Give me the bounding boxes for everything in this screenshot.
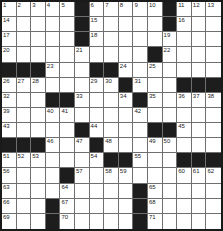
white-cell[interactable]: 55 xyxy=(133,153,148,168)
white-cell[interactable] xyxy=(177,199,192,214)
white-cell[interactable] xyxy=(192,108,207,123)
white-cell[interactable] xyxy=(17,47,32,62)
white-cell[interactable] xyxy=(90,214,105,229)
white-cell[interactable] xyxy=(31,168,46,183)
white-cell[interactable] xyxy=(46,78,61,93)
clue-number: 68 xyxy=(149,199,156,206)
white-cell[interactable]: 46 xyxy=(46,138,61,153)
clue-number: 28 xyxy=(32,78,39,85)
white-cell[interactable] xyxy=(104,199,119,214)
white-cell[interactable] xyxy=(192,63,207,78)
white-cell[interactable] xyxy=(90,93,105,108)
white-cell[interactable] xyxy=(192,17,207,32)
white-cell[interactable] xyxy=(17,168,32,183)
clue-number: 58 xyxy=(105,168,112,175)
clue-number: 19 xyxy=(164,32,171,39)
black-cell xyxy=(206,153,221,168)
white-cell[interactable]: 26 xyxy=(2,78,17,93)
white-cell[interactable]: 18 xyxy=(90,32,105,47)
black-cell xyxy=(163,17,178,32)
white-cell[interactable] xyxy=(119,108,134,123)
white-cell[interactable] xyxy=(119,138,134,153)
white-cell[interactable] xyxy=(133,17,148,32)
white-cell[interactable]: 13 xyxy=(206,2,221,17)
clue-number: 36 xyxy=(178,93,185,100)
clue-number: 33 xyxy=(76,93,83,100)
black-cell xyxy=(31,138,46,153)
white-cell[interactable] xyxy=(148,78,163,93)
white-cell[interactable] xyxy=(119,214,134,229)
white-cell[interactable] xyxy=(104,214,119,229)
white-cell[interactable]: 20 xyxy=(2,47,17,62)
white-cell[interactable] xyxy=(148,108,163,123)
clue-number: 56 xyxy=(3,168,10,175)
white-cell[interactable]: 63 xyxy=(2,184,17,199)
clue-number: 47 xyxy=(76,138,83,145)
clue-number: 14 xyxy=(3,17,10,24)
white-cell[interactable]: 42 xyxy=(133,108,148,123)
white-cell[interactable] xyxy=(31,17,46,32)
clue-number: 37 xyxy=(193,93,200,100)
white-cell[interactable]: 7 xyxy=(104,2,119,17)
clue-number: 69 xyxy=(3,214,10,221)
white-cell[interactable]: 32 xyxy=(2,93,17,108)
white-cell[interactable]: 65 xyxy=(148,184,163,199)
clue-number: 57 xyxy=(76,168,83,175)
black-cell xyxy=(75,32,90,47)
white-cell[interactable]: 19 xyxy=(163,32,178,47)
white-cell[interactable]: 41 xyxy=(60,108,75,123)
clue-number: 42 xyxy=(134,108,141,115)
white-cell[interactable] xyxy=(104,108,119,123)
white-cell[interactable] xyxy=(46,153,61,168)
clue-number: 7 xyxy=(105,2,108,9)
black-cell xyxy=(148,47,163,62)
white-cell[interactable] xyxy=(60,32,75,47)
white-cell[interactable] xyxy=(119,47,134,62)
white-cell[interactable] xyxy=(31,93,46,108)
black-cell xyxy=(133,214,148,229)
clue-number: 48 xyxy=(105,138,112,145)
white-cell[interactable]: 22 xyxy=(163,47,178,62)
white-cell[interactable]: 33 xyxy=(75,93,90,108)
clue-number: 21 xyxy=(76,47,83,54)
clue-number: 18 xyxy=(91,32,98,39)
white-cell[interactable] xyxy=(17,108,32,123)
white-cell[interactable]: 54 xyxy=(90,153,105,168)
white-cell[interactable]: 60 xyxy=(177,168,192,183)
white-cell[interactable] xyxy=(60,47,75,62)
clue-number: 23 xyxy=(47,63,54,70)
white-cell[interactable] xyxy=(206,214,221,229)
white-cell[interactable]: 31 xyxy=(133,78,148,93)
white-cell[interactable] xyxy=(75,108,90,123)
white-cell[interactable]: 39 xyxy=(2,108,17,123)
white-cell[interactable]: 62 xyxy=(206,168,221,183)
clue-number: 29 xyxy=(91,78,98,85)
white-cell[interactable] xyxy=(119,199,134,214)
clue-number: 63 xyxy=(3,184,10,191)
black-cell xyxy=(177,78,192,93)
black-cell xyxy=(17,138,32,153)
white-cell[interactable] xyxy=(206,63,221,78)
white-cell[interactable] xyxy=(192,184,207,199)
black-cell xyxy=(119,153,134,168)
white-cell[interactable] xyxy=(119,123,134,138)
white-cell[interactable]: 21 xyxy=(75,47,90,62)
clue-number: 20 xyxy=(3,47,10,54)
clue-number: 66 xyxy=(3,199,10,206)
black-cell xyxy=(46,93,61,108)
white-cell[interactable] xyxy=(133,47,148,62)
clue-number: 17 xyxy=(3,32,10,39)
clue-number: 15 xyxy=(91,17,98,24)
clue-number: 32 xyxy=(3,93,10,100)
clue-number: 26 xyxy=(3,78,10,85)
black-cell xyxy=(119,78,134,93)
white-cell[interactable] xyxy=(163,184,178,199)
white-cell[interactable] xyxy=(31,32,46,47)
white-cell[interactable] xyxy=(133,168,148,183)
white-cell[interactable]: 35 xyxy=(148,93,163,108)
clue-number: 64 xyxy=(61,184,68,191)
white-cell[interactable] xyxy=(46,32,61,47)
clue-number: 43 xyxy=(3,123,10,130)
clue-number: 2 xyxy=(18,2,21,9)
clue-number: 38 xyxy=(207,93,214,100)
white-cell[interactable] xyxy=(148,153,163,168)
white-cell[interactable] xyxy=(60,78,75,93)
white-cell[interactable] xyxy=(177,184,192,199)
black-cell xyxy=(90,63,105,78)
white-cell[interactable]: 10 xyxy=(148,2,163,17)
white-cell[interactable] xyxy=(192,199,207,214)
black-cell xyxy=(133,184,148,199)
clue-number: 24 xyxy=(120,63,127,70)
black-cell xyxy=(192,78,207,93)
white-cell[interactable]: 40 xyxy=(46,108,61,123)
white-cell[interactable] xyxy=(31,184,46,199)
white-cell[interactable]: 66 xyxy=(2,199,17,214)
black-cell xyxy=(104,63,119,78)
white-cell[interactable]: 9 xyxy=(133,2,148,17)
white-cell[interactable] xyxy=(148,168,163,183)
white-cell[interactable] xyxy=(60,63,75,78)
white-cell[interactable] xyxy=(206,184,221,199)
white-cell[interactable] xyxy=(133,63,148,78)
white-cell[interactable]: 30 xyxy=(104,78,119,93)
white-cell[interactable]: 70 xyxy=(60,214,75,229)
clue-number: 27 xyxy=(18,78,25,85)
white-cell[interactable]: 68 xyxy=(148,199,163,214)
clue-number: 65 xyxy=(149,184,156,191)
clue-number: 11 xyxy=(178,2,184,9)
white-cell[interactable] xyxy=(133,123,148,138)
white-cell[interactable] xyxy=(90,199,105,214)
white-cell[interactable]: 4 xyxy=(46,2,61,17)
white-cell[interactable] xyxy=(177,63,192,78)
white-cell[interactable] xyxy=(75,184,90,199)
crossword-grid: 1234567891011121314151617181920212223242… xyxy=(0,0,223,231)
clue-number: 54 xyxy=(91,153,98,160)
white-cell[interactable] xyxy=(104,184,119,199)
white-cell[interactable] xyxy=(192,214,207,229)
black-cell xyxy=(133,199,148,214)
white-cell[interactable]: 6 xyxy=(90,2,105,17)
clue-number: 55 xyxy=(134,153,141,160)
white-cell[interactable] xyxy=(163,108,178,123)
white-cell[interactable] xyxy=(31,47,46,62)
clue-number: 40 xyxy=(47,108,54,115)
white-cell[interactable] xyxy=(46,168,61,183)
white-cell[interactable] xyxy=(163,153,178,168)
black-cell xyxy=(17,63,32,78)
white-cell[interactable] xyxy=(17,123,32,138)
white-cell[interactable] xyxy=(46,123,61,138)
white-cell[interactable]: 27 xyxy=(17,78,32,93)
black-cell xyxy=(90,138,105,153)
white-cell[interactable] xyxy=(90,184,105,199)
white-cell[interactable]: 37 xyxy=(192,93,207,108)
white-cell[interactable] xyxy=(163,214,178,229)
white-cell[interactable] xyxy=(177,108,192,123)
white-cell[interactable] xyxy=(192,123,207,138)
clue-number: 62 xyxy=(207,168,214,175)
white-cell[interactable] xyxy=(17,17,32,32)
white-cell[interactable] xyxy=(46,184,61,199)
white-cell[interactable]: 8 xyxy=(119,2,134,17)
white-cell[interactable]: 58 xyxy=(104,168,119,183)
white-cell[interactable] xyxy=(104,47,119,62)
white-cell[interactable]: 44 xyxy=(90,123,105,138)
white-cell[interactable]: 28 xyxy=(31,78,46,93)
white-cell[interactable] xyxy=(148,17,163,32)
clue-number: 59 xyxy=(120,168,127,175)
white-cell[interactable] xyxy=(163,168,178,183)
clue-number: 22 xyxy=(164,47,171,54)
white-cell[interactable] xyxy=(104,93,119,108)
clue-number: 31 xyxy=(134,78,141,85)
black-cell xyxy=(163,2,178,17)
white-cell[interactable]: 69 xyxy=(2,214,17,229)
clue-number: 10 xyxy=(149,2,156,9)
white-cell[interactable] xyxy=(163,199,178,214)
white-cell[interactable] xyxy=(177,47,192,62)
white-cell[interactable] xyxy=(148,32,163,47)
clue-number: 46 xyxy=(47,138,54,145)
black-cell xyxy=(75,17,90,32)
white-cell[interactable]: 50 xyxy=(163,138,178,153)
white-cell[interactable] xyxy=(60,17,75,32)
white-cell[interactable] xyxy=(17,199,32,214)
black-cell xyxy=(2,138,17,153)
clue-number: 1 xyxy=(3,2,6,9)
white-cell[interactable] xyxy=(163,63,178,78)
white-cell[interactable] xyxy=(206,138,221,153)
white-cell[interactable] xyxy=(31,123,46,138)
white-cell[interactable]: 51 xyxy=(2,153,17,168)
white-cell[interactable] xyxy=(206,17,221,32)
white-cell[interactable] xyxy=(75,214,90,229)
white-cell[interactable] xyxy=(192,47,207,62)
clue-number: 9 xyxy=(134,2,137,9)
clue-number: 60 xyxy=(178,168,185,175)
white-cell[interactable]: 1 xyxy=(2,2,17,17)
white-cell[interactable]: 23 xyxy=(46,63,61,78)
clue-number: 39 xyxy=(3,108,10,115)
white-cell[interactable] xyxy=(119,32,134,47)
white-cell[interactable]: 24 xyxy=(119,63,134,78)
white-cell[interactable]: 17 xyxy=(2,32,17,47)
white-cell[interactable] xyxy=(104,17,119,32)
white-cell[interactable]: 71 xyxy=(148,214,163,229)
clue-number: 35 xyxy=(149,93,156,100)
white-cell[interactable]: 12 xyxy=(192,2,207,17)
clue-number: 53 xyxy=(32,153,39,160)
white-cell[interactable] xyxy=(46,17,61,32)
white-cell[interactable] xyxy=(60,123,75,138)
clue-number: 50 xyxy=(164,138,171,145)
white-cell[interactable] xyxy=(75,153,90,168)
white-cell[interactable]: 36 xyxy=(177,93,192,108)
white-cell[interactable] xyxy=(104,123,119,138)
white-cell[interactable]: 57 xyxy=(75,168,90,183)
white-cell[interactable]: 3 xyxy=(31,2,46,17)
black-cell xyxy=(206,78,221,93)
white-cell[interactable]: 11 xyxy=(177,2,192,17)
white-cell[interactable]: 48 xyxy=(104,138,119,153)
white-cell[interactable]: 5 xyxy=(60,2,75,17)
white-cell[interactable] xyxy=(17,32,32,47)
white-cell[interactable] xyxy=(177,138,192,153)
clue-number: 4 xyxy=(47,2,50,9)
black-cell xyxy=(133,93,148,108)
black-cell xyxy=(75,2,90,17)
white-cell[interactable]: 14 xyxy=(2,17,17,32)
white-cell[interactable]: 34 xyxy=(119,93,134,108)
clue-number: 25 xyxy=(149,63,156,70)
black-cell xyxy=(75,123,90,138)
white-cell[interactable]: 29 xyxy=(90,78,105,93)
clue-number: 49 xyxy=(149,138,156,145)
white-cell[interactable]: 64 xyxy=(60,184,75,199)
white-cell[interactable]: 61 xyxy=(192,168,207,183)
clue-number: 71 xyxy=(149,214,156,221)
white-cell[interactable] xyxy=(206,108,221,123)
white-cell[interactable]: 53 xyxy=(31,153,46,168)
white-cell[interactable] xyxy=(31,108,46,123)
white-cell[interactable] xyxy=(192,138,207,153)
clue-number: 51 xyxy=(3,153,10,160)
white-cell[interactable] xyxy=(133,138,148,153)
black-cell xyxy=(177,153,192,168)
white-cell[interactable] xyxy=(75,199,90,214)
white-cell[interactable] xyxy=(119,184,134,199)
white-cell[interactable] xyxy=(90,47,105,62)
white-cell[interactable]: 16 xyxy=(177,17,192,32)
white-cell[interactable] xyxy=(206,199,221,214)
clue-number: 6 xyxy=(91,2,94,9)
white-cell[interactable] xyxy=(17,93,32,108)
black-cell xyxy=(60,93,75,108)
white-cell[interactable] xyxy=(104,32,119,47)
black-cell xyxy=(60,168,75,183)
clue-number: 45 xyxy=(178,123,185,130)
white-cell[interactable] xyxy=(192,32,207,47)
clue-number: 70 xyxy=(61,214,68,221)
white-cell[interactable]: 15 xyxy=(90,17,105,32)
clue-number: 52 xyxy=(18,153,25,160)
white-cell[interactable]: 43 xyxy=(2,123,17,138)
black-cell xyxy=(163,123,178,138)
white-cell[interactable] xyxy=(31,214,46,229)
white-cell[interactable]: 49 xyxy=(148,138,163,153)
black-cell xyxy=(31,63,46,78)
white-cell[interactable]: 47 xyxy=(75,138,90,153)
white-cell[interactable] xyxy=(60,138,75,153)
white-cell[interactable]: 45 xyxy=(177,123,192,138)
white-cell[interactable] xyxy=(75,63,90,78)
black-cell xyxy=(2,63,17,78)
white-cell[interactable] xyxy=(133,32,148,47)
clue-number: 13 xyxy=(207,2,214,9)
clue-number: 67 xyxy=(61,199,68,206)
clue-number: 61 xyxy=(193,168,200,175)
white-cell[interactable] xyxy=(90,168,105,183)
black-cell xyxy=(104,153,119,168)
white-cell[interactable] xyxy=(17,214,32,229)
white-cell[interactable] xyxy=(46,47,61,62)
white-cell[interactable] xyxy=(163,93,178,108)
white-cell[interactable]: 56 xyxy=(2,168,17,183)
white-cell[interactable] xyxy=(206,32,221,47)
white-cell[interactable] xyxy=(163,78,178,93)
clue-number: 16 xyxy=(178,17,185,24)
white-cell[interactable]: 52 xyxy=(17,153,32,168)
black-cell xyxy=(192,153,207,168)
white-cell[interactable] xyxy=(60,153,75,168)
white-cell[interactable] xyxy=(17,184,32,199)
clue-number: 44 xyxy=(91,123,98,130)
white-cell[interactable] xyxy=(177,214,192,229)
black-cell xyxy=(148,123,163,138)
black-cell xyxy=(46,214,61,229)
white-cell[interactable] xyxy=(119,17,134,32)
clue-number: 34 xyxy=(120,93,127,100)
clue-number: 8 xyxy=(120,2,123,9)
white-cell[interactable] xyxy=(177,32,192,47)
white-cell[interactable]: 25 xyxy=(148,63,163,78)
clue-number: 5 xyxy=(61,2,64,9)
clue-number: 41 xyxy=(61,108,68,115)
clue-number: 30 xyxy=(105,78,112,85)
white-cell[interactable] xyxy=(206,123,221,138)
white-cell[interactable] xyxy=(31,199,46,214)
white-cell[interactable]: 38 xyxy=(206,93,221,108)
clue-number: 12 xyxy=(193,2,200,9)
white-cell[interactable]: 59 xyxy=(119,168,134,183)
clue-number: 3 xyxy=(32,2,35,9)
white-cell[interactable]: 67 xyxy=(60,199,75,214)
white-cell[interactable]: 2 xyxy=(17,2,32,17)
white-cell[interactable] xyxy=(75,78,90,93)
white-cell[interactable] xyxy=(90,108,105,123)
white-cell[interactable] xyxy=(206,47,221,62)
black-cell xyxy=(46,199,61,214)
